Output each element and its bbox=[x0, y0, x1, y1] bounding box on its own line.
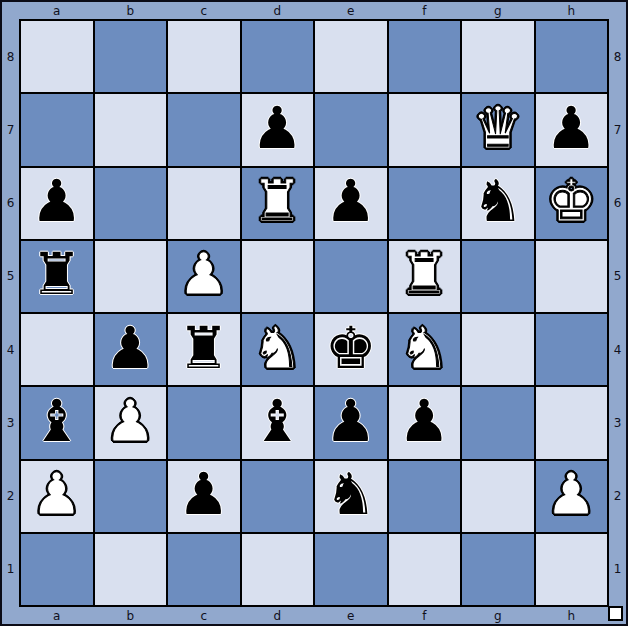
rank-labels-left: 87654321 bbox=[2, 19, 19, 607]
coord-label-5: 5 bbox=[609, 241, 626, 312]
coord-label-1: 1 bbox=[2, 534, 19, 605]
white-rook: ♜ bbox=[251, 172, 303, 230]
coord-label-2: 2 bbox=[609, 461, 626, 532]
coord-label-b: b bbox=[95, 607, 167, 624]
square-f2[interactable] bbox=[389, 461, 461, 532]
square-b3[interactable]: ♟ bbox=[95, 387, 167, 458]
square-b2[interactable] bbox=[95, 461, 167, 532]
square-b4[interactable]: ♟ bbox=[95, 314, 167, 385]
square-e8[interactable] bbox=[315, 21, 387, 92]
square-b7[interactable] bbox=[95, 94, 167, 165]
square-h3[interactable] bbox=[536, 387, 608, 458]
square-a8[interactable] bbox=[21, 21, 93, 92]
white-pawn: ♟ bbox=[178, 245, 230, 303]
white-knight: ♞ bbox=[398, 319, 450, 377]
square-c2[interactable]: ♟ bbox=[168, 461, 240, 532]
square-c7[interactable] bbox=[168, 94, 240, 165]
coord-label-7: 7 bbox=[2, 94, 19, 165]
black-pawn: ♟ bbox=[251, 99, 303, 157]
square-e4[interactable]: ♚ bbox=[315, 314, 387, 385]
coord-label-g: g bbox=[462, 607, 534, 624]
coord-label-g: g bbox=[462, 2, 534, 19]
square-c4[interactable]: ♜ bbox=[168, 314, 240, 385]
black-pawn: ♟ bbox=[178, 465, 230, 523]
coord-label-a: a bbox=[21, 2, 93, 19]
square-f7[interactable] bbox=[389, 94, 461, 165]
square-c8[interactable] bbox=[168, 21, 240, 92]
square-g6[interactable]: ♞ bbox=[462, 168, 534, 239]
square-a2[interactable]: ♟ bbox=[21, 461, 93, 532]
coord-label-f: f bbox=[389, 607, 461, 624]
square-e7[interactable] bbox=[315, 94, 387, 165]
black-bishop: ♝ bbox=[251, 392, 303, 450]
coord-label-f: f bbox=[389, 2, 461, 19]
black-bishop: ♝ bbox=[31, 392, 83, 450]
coord-label-e: e bbox=[315, 2, 387, 19]
square-f1[interactable] bbox=[389, 534, 461, 605]
coord-label-d: d bbox=[242, 607, 314, 624]
black-pawn: ♟ bbox=[31, 172, 83, 230]
square-a3[interactable]: ♝ bbox=[21, 387, 93, 458]
black-knight: ♞ bbox=[325, 465, 377, 523]
file-labels-top: abcdefgh bbox=[19, 2, 609, 19]
square-e6[interactable]: ♟ bbox=[315, 168, 387, 239]
square-h4[interactable] bbox=[536, 314, 608, 385]
coord-label-b: b bbox=[95, 2, 167, 19]
square-h5[interactable] bbox=[536, 241, 608, 312]
corner-bottom-left bbox=[2, 607, 19, 624]
square-d4[interactable]: ♞ bbox=[242, 314, 314, 385]
square-e2[interactable]: ♞ bbox=[315, 461, 387, 532]
coord-label-6: 6 bbox=[2, 168, 19, 239]
square-h6[interactable]: ♚ bbox=[536, 168, 608, 239]
white-to-move-indicator bbox=[608, 606, 623, 621]
square-d5[interactable] bbox=[242, 241, 314, 312]
square-f5[interactable]: ♜ bbox=[389, 241, 461, 312]
white-pawn: ♟ bbox=[104, 392, 156, 450]
black-pawn: ♟ bbox=[325, 392, 377, 450]
square-h7[interactable]: ♟ bbox=[536, 94, 608, 165]
square-b1[interactable] bbox=[95, 534, 167, 605]
coord-label-h: h bbox=[536, 607, 608, 624]
white-king: ♚ bbox=[545, 172, 597, 230]
corner-top-right bbox=[609, 2, 626, 19]
black-rook: ♜ bbox=[178, 319, 230, 377]
square-f8[interactable] bbox=[389, 21, 461, 92]
coord-label-a: a bbox=[21, 607, 93, 624]
square-d8[interactable] bbox=[242, 21, 314, 92]
white-queen: ♛ bbox=[472, 99, 524, 157]
black-knight: ♞ bbox=[472, 172, 524, 230]
coord-label-3: 3 bbox=[609, 387, 626, 458]
square-d3[interactable]: ♝ bbox=[242, 387, 314, 458]
corner-top-left bbox=[2, 2, 19, 19]
coord-label-4: 4 bbox=[2, 314, 19, 385]
square-g7[interactable]: ♛ bbox=[462, 94, 534, 165]
square-g1[interactable] bbox=[462, 534, 534, 605]
black-pawn: ♟ bbox=[545, 99, 597, 157]
square-d6[interactable]: ♜ bbox=[242, 168, 314, 239]
file-labels-bottom: abcdefgh bbox=[19, 607, 609, 624]
square-g4[interactable] bbox=[462, 314, 534, 385]
rank-labels-right: 87654321 bbox=[609, 19, 626, 607]
coord-label-8: 8 bbox=[2, 21, 19, 92]
coord-label-h: h bbox=[536, 2, 608, 19]
square-e3[interactable]: ♟ bbox=[315, 387, 387, 458]
coord-label-c: c bbox=[168, 607, 240, 624]
square-g8[interactable] bbox=[462, 21, 534, 92]
chess-diagram: abcdefgh 87654321 ♟♛♟♟♜♟♞♚♜♟♜♟♜♞♚♞♝♟♝♟♟♟… bbox=[0, 0, 628, 626]
square-g3[interactable] bbox=[462, 387, 534, 458]
coord-label-4: 4 bbox=[609, 314, 626, 385]
black-pawn: ♟ bbox=[398, 392, 450, 450]
square-c1[interactable] bbox=[168, 534, 240, 605]
coord-label-3: 3 bbox=[2, 387, 19, 458]
square-e5[interactable] bbox=[315, 241, 387, 312]
square-c5[interactable]: ♟ bbox=[168, 241, 240, 312]
square-e1[interactable] bbox=[315, 534, 387, 605]
black-rook: ♜ bbox=[31, 245, 83, 303]
white-rook: ♜ bbox=[398, 245, 450, 303]
coord-label-5: 5 bbox=[2, 241, 19, 312]
square-b6[interactable] bbox=[95, 168, 167, 239]
coord-label-e: e bbox=[315, 607, 387, 624]
square-f3[interactable]: ♟ bbox=[389, 387, 461, 458]
black-pawn: ♟ bbox=[104, 319, 156, 377]
square-d1[interactable] bbox=[242, 534, 314, 605]
black-king: ♚ bbox=[325, 319, 377, 377]
square-a4[interactable] bbox=[21, 314, 93, 385]
white-pawn: ♟ bbox=[31, 465, 83, 523]
square-g5[interactable] bbox=[462, 241, 534, 312]
coord-label-d: d bbox=[242, 2, 314, 19]
square-h1[interactable] bbox=[536, 534, 608, 605]
square-d7[interactable]: ♟ bbox=[242, 94, 314, 165]
coord-label-1: 1 bbox=[609, 534, 626, 605]
square-h2[interactable]: ♟ bbox=[536, 461, 608, 532]
white-knight: ♞ bbox=[251, 319, 303, 377]
coord-label-2: 2 bbox=[2, 461, 19, 532]
coord-label-8: 8 bbox=[609, 21, 626, 92]
square-b5[interactable] bbox=[95, 241, 167, 312]
coord-label-c: c bbox=[168, 2, 240, 19]
square-a7[interactable] bbox=[21, 94, 93, 165]
square-a1[interactable] bbox=[21, 534, 93, 605]
white-pawn: ♟ bbox=[545, 465, 597, 523]
square-d2[interactable] bbox=[242, 461, 314, 532]
square-h8[interactable] bbox=[536, 21, 608, 92]
black-pawn: ♟ bbox=[325, 172, 377, 230]
square-g2[interactable] bbox=[462, 461, 534, 532]
square-b8[interactable] bbox=[95, 21, 167, 92]
coord-label-7: 7 bbox=[609, 94, 626, 165]
square-a5[interactable]: ♜ bbox=[21, 241, 93, 312]
square-c3[interactable] bbox=[168, 387, 240, 458]
square-f6[interactable] bbox=[389, 168, 461, 239]
chess-board: ♟♛♟♟♜♟♞♚♜♟♜♟♜♞♚♞♝♟♝♟♟♟♟♞♟ bbox=[19, 19, 609, 607]
square-c6[interactable] bbox=[168, 168, 240, 239]
coord-label-6: 6 bbox=[609, 168, 626, 239]
square-f4[interactable]: ♞ bbox=[389, 314, 461, 385]
square-a6[interactable]: ♟ bbox=[21, 168, 93, 239]
